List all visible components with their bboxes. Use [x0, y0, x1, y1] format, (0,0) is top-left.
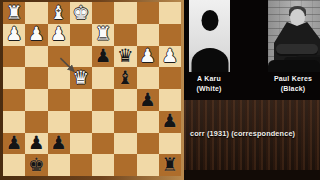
- square-h2[interactable]: [159, 133, 181, 155]
- square-c7[interactable]: ♟: [48, 24, 70, 46]
- square-f2[interactable]: [114, 133, 136, 155]
- square-c3[interactable]: [48, 111, 70, 133]
- square-d4[interactable]: [70, 89, 92, 111]
- white-pawn: ♟: [25, 24, 47, 46]
- square-h5[interactable]: [159, 67, 181, 89]
- white-pawn: ♟: [48, 24, 70, 46]
- square-e7[interactable]: ♜: [92, 24, 114, 46]
- white-king: ♚: [70, 2, 92, 24]
- white-bishop: ♝: [48, 2, 70, 24]
- square-b2[interactable]: ♟: [25, 133, 47, 155]
- black-pawn: ♟: [25, 133, 47, 155]
- square-d3[interactable]: [70, 111, 92, 133]
- white-player-label: A Karu (White): [186, 74, 232, 93]
- square-g1[interactable]: [137, 154, 159, 176]
- square-b7[interactable]: ♟: [25, 24, 47, 46]
- square-d8[interactable]: ♚: [70, 2, 92, 24]
- black-player-name: Paul Keres: [266, 74, 320, 84]
- square-g8[interactable]: [137, 2, 159, 24]
- square-b6[interactable]: [25, 46, 47, 68]
- square-a8[interactable]: ♜: [3, 2, 25, 24]
- square-e8[interactable]: [92, 2, 114, 24]
- white-pawn: ♟: [3, 24, 25, 46]
- square-f6[interactable]: ♛: [114, 46, 136, 68]
- portrait-face: [290, 9, 305, 26]
- black-pawn: ♟: [137, 89, 159, 111]
- square-e5[interactable]: [92, 67, 114, 89]
- square-a5[interactable]: [3, 67, 25, 89]
- event-text: corr (1931) (correspondence): [190, 129, 318, 138]
- black-pawn: ♟: [159, 111, 181, 133]
- square-a6[interactable]: [3, 46, 25, 68]
- square-b3[interactable]: [25, 111, 47, 133]
- square-d2[interactable]: [70, 133, 92, 155]
- square-a4[interactable]: [3, 89, 25, 111]
- square-e6[interactable]: ♟: [92, 46, 114, 68]
- square-c2[interactable]: ♟: [48, 133, 70, 155]
- square-d7[interactable]: [70, 24, 92, 46]
- black-pawn: ♟: [3, 133, 25, 155]
- square-h3[interactable]: ♟: [159, 111, 181, 133]
- square-f4[interactable]: [114, 89, 136, 111]
- square-a7[interactable]: ♟: [3, 24, 25, 46]
- square-e2[interactable]: [92, 133, 114, 155]
- square-f7[interactable]: [114, 24, 136, 46]
- square-g7[interactable]: [137, 24, 159, 46]
- square-g5[interactable]: [137, 67, 159, 89]
- white-player-name: A Karu: [186, 74, 232, 84]
- square-c6[interactable]: [48, 46, 70, 68]
- square-b4[interactable]: [25, 89, 47, 111]
- square-b1[interactable]: ♚: [25, 154, 47, 176]
- square-a1[interactable]: [3, 154, 25, 176]
- white-queen: ♛: [70, 67, 92, 89]
- square-a3[interactable]: [3, 111, 25, 133]
- square-h7[interactable]: [159, 24, 181, 46]
- black-bishop: ♝: [114, 67, 136, 89]
- white-pawn: ♟: [137, 46, 159, 68]
- square-g3[interactable]: [137, 111, 159, 133]
- square-g6[interactable]: ♟: [137, 46, 159, 68]
- info-panel: A Karu (White) Paul Keres (Black) corr (…: [184, 0, 320, 180]
- black-queen: ♛: [114, 46, 136, 68]
- square-h4[interactable]: [159, 89, 181, 111]
- square-e3[interactable]: [92, 111, 114, 133]
- square-f8[interactable]: [114, 2, 136, 24]
- square-h1[interactable]: ♜: [159, 154, 181, 176]
- portrait-crossed-arms: [276, 44, 318, 54]
- square-c1[interactable]: [48, 154, 70, 176]
- square-e4[interactable]: [92, 89, 114, 111]
- white-pawn: ♟: [159, 46, 181, 68]
- portrait-chess-pieces: [268, 60, 320, 72]
- square-f5[interactable]: ♝: [114, 67, 136, 89]
- black-pawn: ♟: [92, 46, 114, 68]
- square-b8[interactable]: [25, 2, 47, 24]
- black-king: ♚: [25, 154, 47, 176]
- square-b5[interactable]: [25, 67, 47, 89]
- square-c5[interactable]: [48, 67, 70, 89]
- board-frame: ♜♝♚♟♟♟♜♟♛♟♟♛♝♟♟♟♟♟♚♜: [0, 0, 184, 180]
- square-d6[interactable]: [70, 46, 92, 68]
- black-player-label: Paul Keres (Black): [266, 74, 320, 93]
- black-rook: ♜: [159, 154, 181, 176]
- bottom-strip: [184, 170, 320, 180]
- square-g4[interactable]: ♟: [137, 89, 159, 111]
- white-rook: ♜: [92, 24, 114, 46]
- square-a2[interactable]: ♟: [3, 133, 25, 155]
- black-player-photo: [268, 0, 320, 72]
- square-e1[interactable]: [92, 154, 114, 176]
- white-rook: ♜: [3, 2, 25, 24]
- silhouette-shoulders-icon: [191, 48, 228, 72]
- white-player-photo: [189, 0, 230, 72]
- square-d1[interactable]: [70, 154, 92, 176]
- chess-board: ♜♝♚♟♟♟♜♟♛♟♟♛♝♟♟♟♟♟♚♜: [3, 2, 181, 176]
- square-h8[interactable]: [159, 2, 181, 24]
- black-pawn: ♟: [48, 133, 70, 155]
- square-h6[interactable]: ♟: [159, 46, 181, 68]
- square-f1[interactable]: [114, 154, 136, 176]
- white-player-side: (White): [186, 84, 232, 94]
- app-window: ♜♝♚♟♟♟♜♟♛♟♟♛♝♟♟♟♟♟♚♜ A Karu (White): [0, 0, 320, 180]
- square-d5[interactable]: ♛: [70, 67, 92, 89]
- silhouette-head-icon: [201, 10, 218, 31]
- square-f3[interactable]: [114, 111, 136, 133]
- square-g2[interactable]: [137, 133, 159, 155]
- black-player-side: (Black): [266, 84, 320, 94]
- square-c8[interactable]: ♝: [48, 2, 70, 24]
- square-c4[interactable]: [48, 89, 70, 111]
